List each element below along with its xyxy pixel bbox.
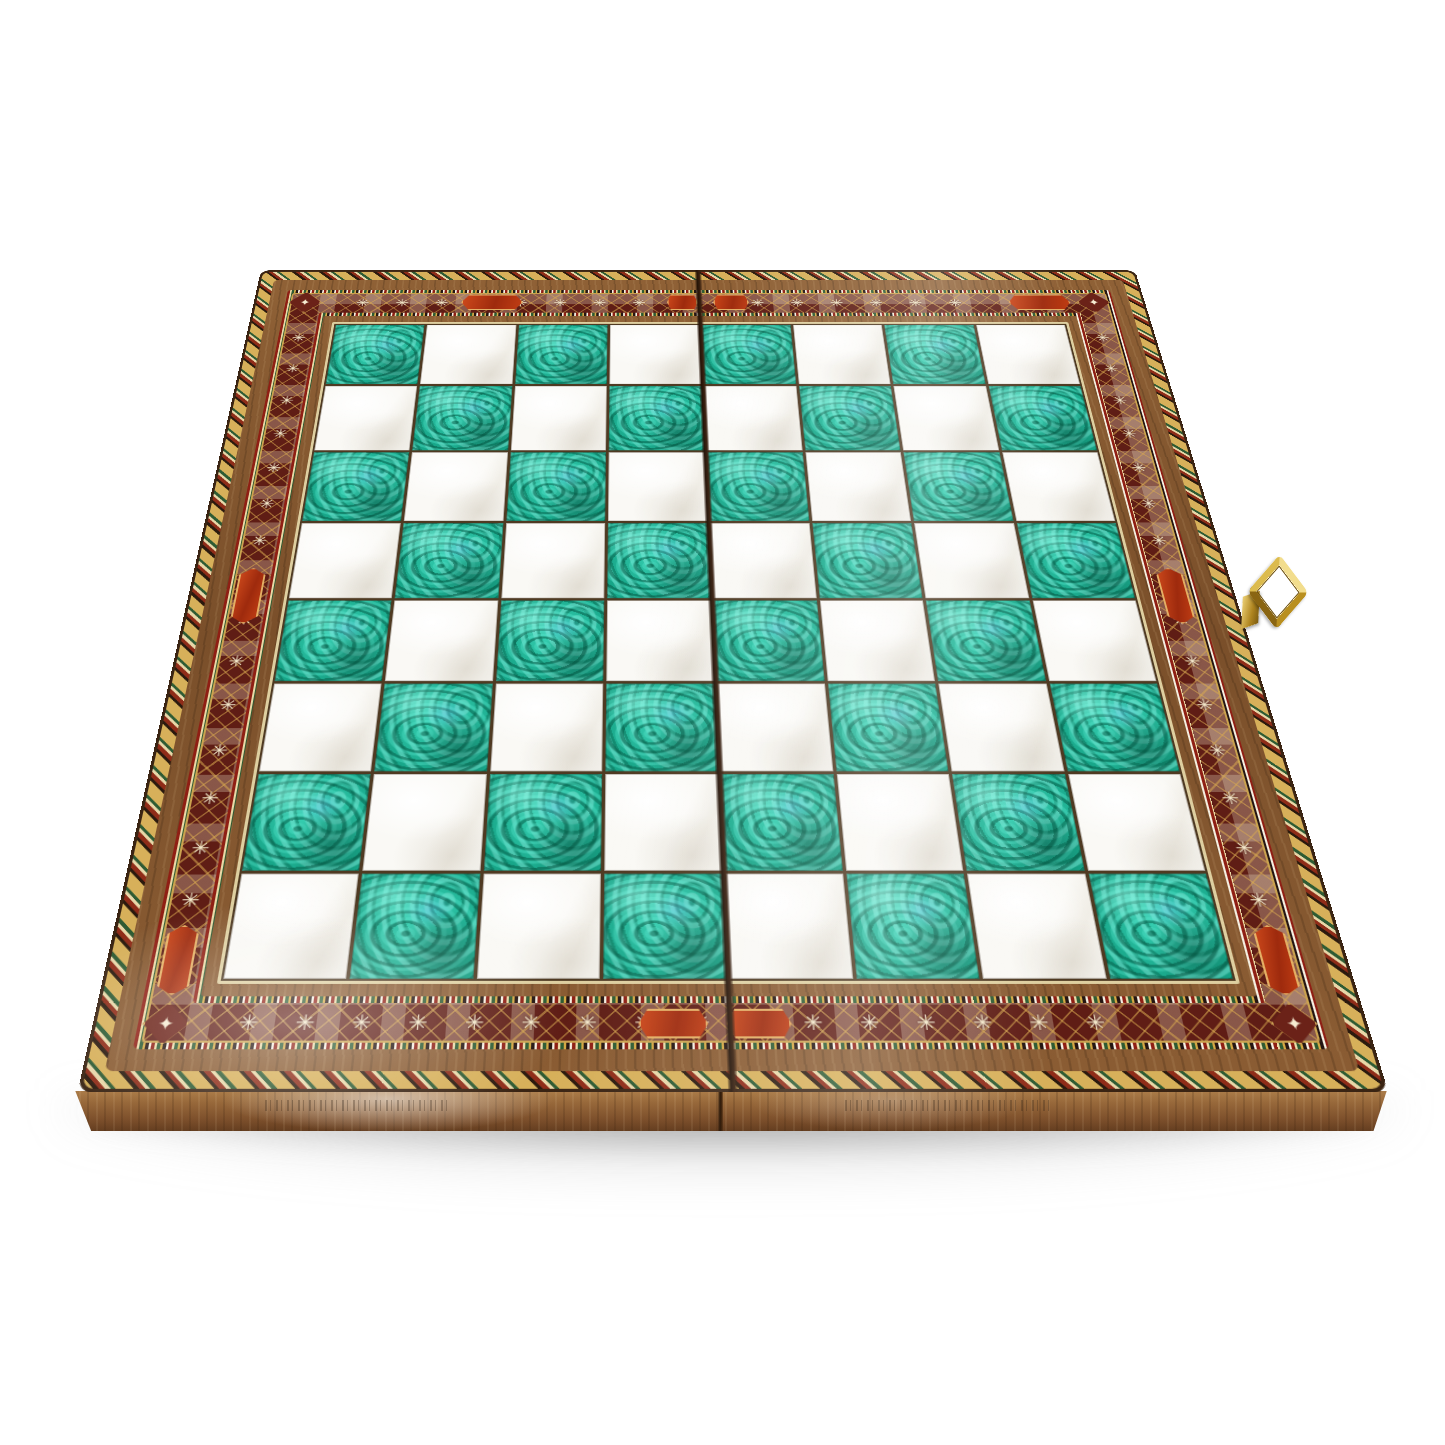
red-hexagon-accent [1007, 294, 1072, 310]
square-a3[interactable] [259, 683, 382, 771]
brass-latch[interactable] [1238, 558, 1302, 646]
square-b1[interactable] [350, 873, 480, 979]
square-c7[interactable] [511, 386, 607, 450]
square-h5[interactable] [1016, 523, 1135, 598]
square-a4[interactable] [275, 600, 392, 681]
square-e5[interactable] [710, 523, 817, 598]
square-f5[interactable] [812, 523, 923, 598]
square-c5[interactable] [501, 523, 605, 598]
square-h6[interactable] [1002, 452, 1115, 521]
square-h8[interactable] [976, 325, 1080, 385]
square-f1[interactable] [846, 873, 979, 979]
square-g5[interactable] [914, 523, 1029, 598]
square-h2[interactable] [1068, 774, 1205, 870]
square-e3[interactable] [717, 683, 833, 771]
square-g2[interactable] [952, 774, 1084, 870]
square-f3[interactable] [828, 683, 949, 771]
square-e8[interactable] [702, 325, 797, 385]
square-e1[interactable] [725, 873, 853, 979]
square-g8[interactable] [884, 325, 985, 385]
square-a2[interactable] [242, 774, 371, 870]
scene: ✳✳✳✳✳✳✳✳✳✳✳✳✳✳✳✳ ✳✳✳✳✳✳✳✳✳✳✳✳✳✳✳✳ ✳✳✳✳✳✳… [0, 0, 1445, 1445]
square-f6[interactable] [805, 452, 911, 521]
red-hexagon-accent [460, 294, 523, 310]
square-b3[interactable] [374, 683, 492, 771]
square-e7[interactable] [704, 386, 802, 450]
square-f4[interactable] [820, 600, 935, 681]
perspective-wrapper: ✳✳✳✳✳✳✳✳✳✳✳✳✳✳✳✳ ✳✳✳✳✳✳✳✳✳✳✳✳✳✳✳✳ ✳✳✳✳✳✳… [0, 0, 1445, 1445]
square-c4[interactable] [496, 600, 605, 681]
square-e6[interactable] [707, 452, 809, 521]
square-e2[interactable] [721, 774, 843, 870]
square-a7[interactable] [314, 386, 417, 450]
square-a1[interactable] [223, 873, 359, 979]
square-f8[interactable] [793, 325, 891, 385]
red-hexagon-accent [638, 1009, 708, 1039]
red-hexagon-accent [713, 294, 750, 310]
square-h7[interactable] [988, 386, 1097, 450]
square-a6[interactable] [302, 452, 410, 521]
square-b6[interactable] [404, 452, 508, 521]
square-d5[interactable] [607, 523, 710, 598]
square-a5[interactable] [289, 523, 401, 598]
square-g7[interactable] [894, 386, 999, 450]
square-d7[interactable] [609, 386, 705, 450]
square-d3[interactable] [605, 683, 717, 771]
square-d1[interactable] [603, 873, 726, 979]
chessboard: ✳✳✳✳✳✳✳✳✳✳✳✳✳✳✳✳ ✳✳✳✳✳✳✳✳✳✳✳✳✳✳✳✳ ✳✳✳✳✳✳… [78, 270, 1389, 1092]
square-c3[interactable] [490, 683, 603, 771]
square-f7[interactable] [799, 386, 901, 450]
square-b7[interactable] [412, 386, 512, 450]
square-c1[interactable] [477, 873, 601, 979]
square-c8[interactable] [515, 325, 608, 385]
square-a8[interactable] [326, 325, 425, 385]
square-h3[interactable] [1049, 683, 1179, 771]
square-c6[interactable] [506, 452, 606, 521]
square-b4[interactable] [385, 600, 498, 681]
square-f2[interactable] [837, 774, 964, 870]
square-b8[interactable] [420, 325, 516, 385]
square-g1[interactable] [967, 873, 1106, 979]
square-d6[interactable] [608, 452, 707, 521]
square-g4[interactable] [926, 600, 1046, 681]
square-d4[interactable] [606, 600, 714, 681]
square-h4[interactable] [1032, 600, 1156, 681]
red-hexagon-accent [667, 294, 698, 310]
square-d8[interactable] [609, 325, 701, 385]
square-g6[interactable] [904, 452, 1014, 521]
square-d2[interactable] [604, 774, 722, 870]
square-g3[interactable] [939, 683, 1065, 771]
square-b2[interactable] [363, 774, 487, 870]
red-hexagon-accent [726, 1009, 793, 1039]
square-h1[interactable] [1088, 873, 1233, 979]
square-e4[interactable] [713, 600, 824, 681]
square-c2[interactable] [484, 774, 603, 870]
square-b5[interactable] [395, 523, 503, 598]
